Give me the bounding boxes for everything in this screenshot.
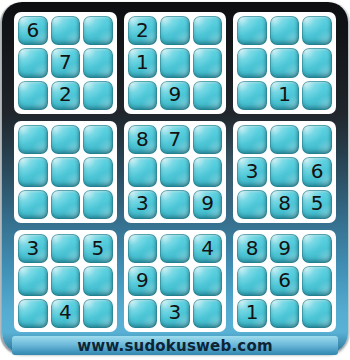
cell-r7c2[interactable]	[51, 234, 81, 263]
cell-r5c3[interactable]	[83, 157, 113, 186]
cell-r9c3[interactable]	[83, 299, 113, 328]
cell-r9c2[interactable]: 4	[51, 299, 81, 328]
cell-r2c1[interactable]	[18, 48, 48, 77]
box-r1c3: 1	[233, 12, 336, 114]
cell-r7c1[interactable]: 3	[18, 234, 48, 263]
box-r1c1: 672	[14, 12, 117, 114]
box-r1c2: 219	[124, 12, 227, 114]
cell-r6c3[interactable]	[83, 190, 113, 219]
given-digit: 8	[246, 238, 259, 258]
cell-r4c5[interactable]: 7	[160, 125, 190, 154]
given-digit: 2	[59, 84, 72, 104]
cell-r5c9[interactable]: 6	[302, 157, 332, 186]
cell-r1c5[interactable]	[160, 16, 190, 45]
cell-r3c2[interactable]: 2	[51, 81, 81, 110]
cell-r2c8[interactable]	[270, 48, 300, 77]
cell-r5c8[interactable]	[270, 157, 300, 186]
given-digit: 6	[311, 161, 324, 181]
cell-r3c5[interactable]: 9	[160, 81, 190, 110]
cell-r8c5[interactable]	[160, 266, 190, 295]
given-digit: 3	[136, 193, 149, 213]
cell-r7c3[interactable]: 5	[83, 234, 113, 263]
given-digit: 6	[26, 20, 39, 40]
cell-r9c9[interactable]	[302, 299, 332, 328]
cell-r5c2[interactable]	[51, 157, 81, 186]
cell-r6c4[interactable]: 3	[128, 190, 158, 219]
cell-r5c6[interactable]	[193, 157, 223, 186]
cell-r8c2[interactable]	[51, 266, 81, 295]
cell-r9c8[interactable]	[270, 299, 300, 328]
cell-r2c6[interactable]	[193, 48, 223, 77]
cell-r5c1[interactable]	[18, 157, 48, 186]
given-digit: 1	[278, 84, 291, 104]
cell-r2c9[interactable]	[302, 48, 332, 77]
sudoku-board: 6722191873936853544938961	[2, 2, 348, 332]
cell-r4c7[interactable]	[237, 125, 267, 154]
given-digit: 9	[278, 238, 291, 258]
box-r2c3: 3685	[233, 121, 336, 223]
given-digit: 3	[169, 302, 182, 322]
cell-r6c1[interactable]	[18, 190, 48, 219]
cell-r6c9[interactable]: 5	[302, 190, 332, 219]
cell-r1c1[interactable]: 6	[18, 16, 48, 45]
given-digit: 7	[169, 129, 182, 149]
cell-r7c4[interactable]	[128, 234, 158, 263]
cell-r7c9[interactable]	[302, 234, 332, 263]
cell-r2c2[interactable]: 7	[51, 48, 81, 77]
cell-r5c5[interactable]	[160, 157, 190, 186]
given-digit: 4	[59, 302, 72, 322]
cell-r6c6[interactable]: 9	[193, 190, 223, 219]
cell-r2c5[interactable]	[160, 48, 190, 77]
cell-r7c6[interactable]: 4	[193, 234, 223, 263]
cell-r8c8[interactable]: 6	[270, 266, 300, 295]
given-digit: 5	[92, 238, 105, 258]
cell-r8c3[interactable]	[83, 266, 113, 295]
given-digit: 9	[201, 193, 214, 213]
box-r2c2: 8739	[124, 121, 227, 223]
cell-r9c7[interactable]: 1	[237, 299, 267, 328]
cell-r3c1[interactable]	[18, 81, 48, 110]
given-digit: 3	[246, 161, 259, 181]
given-digit: 2	[136, 20, 149, 40]
cell-r7c5[interactable]	[160, 234, 190, 263]
cell-r3c9[interactable]	[302, 81, 332, 110]
cell-r2c7[interactable]	[237, 48, 267, 77]
given-digit: 1	[246, 302, 259, 322]
cell-r9c6[interactable]	[193, 299, 223, 328]
cell-r6c7[interactable]	[237, 190, 267, 219]
cell-r3c4[interactable]	[128, 81, 158, 110]
given-digit: 1	[136, 52, 149, 72]
cell-r8c1[interactable]	[18, 266, 48, 295]
cell-r1c4[interactable]: 2	[128, 16, 158, 45]
cell-r4c1[interactable]	[18, 125, 48, 154]
cell-r9c4[interactable]	[128, 299, 158, 328]
cell-r1c9[interactable]	[302, 16, 332, 45]
cell-r6c5[interactable]	[160, 190, 190, 219]
cell-r7c7[interactable]: 8	[237, 234, 267, 263]
given-digit: 9	[136, 270, 149, 290]
given-digit: 8	[136, 129, 149, 149]
box-r3c3: 8961	[233, 230, 336, 332]
sudoku-plaque: 6722191873936853544938961 www.sudokusweb…	[2, 2, 348, 353]
given-digit: 8	[278, 193, 291, 213]
given-digit: 3	[26, 238, 39, 258]
cell-r4c8[interactable]	[270, 125, 300, 154]
given-digit: 6	[278, 270, 291, 290]
cell-r4c4[interactable]: 8	[128, 125, 158, 154]
cell-r8c9[interactable]	[302, 266, 332, 295]
box-r2c1	[14, 121, 117, 223]
cell-r5c7[interactable]: 3	[237, 157, 267, 186]
given-digit: 7	[59, 52, 72, 72]
cell-r4c9[interactable]	[302, 125, 332, 154]
cell-r5c4[interactable]	[128, 157, 158, 186]
cell-r3c8[interactable]: 1	[270, 81, 300, 110]
cell-r1c7[interactable]	[237, 16, 267, 45]
cell-r1c3[interactable]	[83, 16, 113, 45]
cell-r1c6[interactable]	[193, 16, 223, 45]
cell-r3c6[interactable]	[193, 81, 223, 110]
given-digit: 4	[201, 238, 214, 258]
cell-r3c7[interactable]	[237, 81, 267, 110]
cell-r9c1[interactable]	[18, 299, 48, 328]
box-r3c1: 354	[14, 230, 117, 332]
given-digit: 9	[169, 84, 182, 104]
cell-r1c8[interactable]	[270, 16, 300, 45]
cell-r9c5[interactable]: 3	[160, 299, 190, 328]
cell-r4c2[interactable]	[51, 125, 81, 154]
cell-r3c3[interactable]	[83, 81, 113, 110]
cell-r1c2[interactable]	[51, 16, 81, 45]
cell-r6c2[interactable]	[51, 190, 81, 219]
cell-r2c3[interactable]	[83, 48, 113, 77]
site-url: www.sudokusweb.com	[12, 336, 338, 355]
cell-r8c6[interactable]	[193, 266, 223, 295]
cell-r8c7[interactable]	[237, 266, 267, 295]
given-digit: 5	[311, 193, 324, 213]
cell-r7c8[interactable]: 9	[270, 234, 300, 263]
box-r3c2: 493	[124, 230, 227, 332]
cell-r8c4[interactable]: 9	[128, 266, 158, 295]
cell-r2c4[interactable]: 1	[128, 48, 158, 77]
cell-r4c6[interactable]	[193, 125, 223, 154]
cell-r4c3[interactable]	[83, 125, 113, 154]
cell-r6c8[interactable]: 8	[270, 190, 300, 219]
